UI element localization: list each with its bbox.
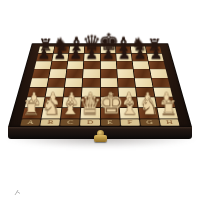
square-g8: ♞ bbox=[131, 47, 147, 54]
square-e6 bbox=[100, 61, 116, 69]
square-d4 bbox=[83, 78, 100, 87]
square-g3 bbox=[136, 87, 155, 96]
square-e1: ♚ bbox=[100, 108, 119, 119]
square-f6 bbox=[116, 61, 132, 69]
square-c8: ♝ bbox=[69, 47, 84, 54]
square-a2: ♟ bbox=[25, 97, 45, 107]
white-bishop-c1: ♝ bbox=[58, 95, 82, 118]
square-b7: ♟ bbox=[52, 54, 68, 61]
black-queen-d8: ♛ bbox=[83, 33, 102, 54]
black-rook-a8: ♜ bbox=[36, 37, 55, 53]
square-h8: ♜ bbox=[146, 47, 162, 54]
white-rook-h1: ♜ bbox=[156, 98, 180, 118]
square-f1: ♝ bbox=[119, 108, 138, 119]
square-a4 bbox=[30, 78, 48, 87]
square-a3 bbox=[28, 87, 47, 96]
file-label-g: G bbox=[140, 119, 160, 126]
file-label-h: H bbox=[159, 119, 179, 126]
file-label-f: F bbox=[120, 119, 139, 126]
square-c3 bbox=[64, 87, 82, 96]
square-d2: ♟ bbox=[82, 97, 100, 107]
square-g1: ♞ bbox=[138, 108, 158, 119]
square-b4 bbox=[48, 78, 66, 87]
square-f7: ♟ bbox=[116, 54, 132, 61]
square-f3 bbox=[118, 87, 136, 96]
board-3d-scene: ♜♞♝♛♚♝♞♜♟♟♟♟♟♟♟♟♟♟♟♟♟♟♟♟♜♞♝♛♚♝♞♜ ABCDEFG… bbox=[8, 43, 192, 127]
square-b8: ♞ bbox=[54, 47, 70, 54]
brass-clasp bbox=[93, 130, 108, 144]
square-f8: ♝ bbox=[115, 47, 130, 54]
square-a8: ♜ bbox=[38, 47, 54, 54]
black-knight-b8: ♞ bbox=[51, 36, 70, 54]
board-grid: ♜♞♝♛♚♝♞♜♟♟♟♟♟♟♟♟♟♟♟♟♟♟♟♟♜♞♝♛♚♝♞♜ bbox=[22, 47, 178, 119]
square-d7: ♟ bbox=[84, 54, 99, 61]
file-label-a: A bbox=[20, 119, 40, 126]
square-g2: ♟ bbox=[137, 97, 156, 107]
square-d1: ♛ bbox=[81, 108, 100, 119]
square-a7: ♟ bbox=[36, 54, 53, 61]
square-a1: ♜ bbox=[22, 108, 43, 119]
square-c4 bbox=[65, 78, 82, 87]
square-h2: ♟ bbox=[155, 97, 175, 107]
square-c7: ♟ bbox=[68, 54, 84, 61]
square-e7: ♟ bbox=[100, 54, 115, 61]
square-h6 bbox=[148, 61, 165, 69]
black-rook-h8: ♜ bbox=[145, 37, 164, 53]
square-e5 bbox=[100, 70, 116, 78]
square-a5 bbox=[32, 70, 50, 78]
square-e2: ♟ bbox=[100, 97, 118, 107]
square-g4 bbox=[135, 78, 153, 87]
square-h1: ♜ bbox=[157, 108, 178, 119]
square-b6 bbox=[51, 61, 68, 69]
black-bishop-c8: ♝ bbox=[67, 35, 86, 54]
square-d5 bbox=[83, 70, 99, 78]
clasp-plate-icon bbox=[94, 135, 107, 142]
square-g7: ♟ bbox=[132, 54, 148, 61]
file-label-b: B bbox=[40, 119, 60, 126]
square-f2: ♟ bbox=[119, 97, 138, 107]
square-g5 bbox=[133, 70, 150, 78]
square-h7: ♟ bbox=[147, 54, 164, 61]
square-b5 bbox=[49, 70, 66, 78]
square-c2: ♟ bbox=[63, 97, 82, 107]
white-rook-a1: ♜ bbox=[19, 98, 43, 118]
black-king-e8: ♚ bbox=[98, 30, 117, 53]
square-g6 bbox=[132, 61, 149, 69]
square-c6 bbox=[67, 61, 83, 69]
square-e4 bbox=[100, 78, 117, 87]
square-c5 bbox=[66, 70, 83, 78]
square-d8: ♛ bbox=[85, 47, 100, 54]
square-f5 bbox=[117, 70, 134, 78]
chess-board: ♜♞♝♛♚♝♞♜♟♟♟♟♟♟♟♟♟♟♟♟♟♟♟♟♜♞♝♛♚♝♞♜ ABCDEFG… bbox=[8, 43, 192, 127]
file-label-e: E bbox=[100, 119, 119, 126]
square-h3 bbox=[153, 87, 172, 96]
square-h5 bbox=[150, 70, 168, 78]
file-labels: ABCDEFGH bbox=[20, 119, 179, 126]
square-d6 bbox=[84, 61, 100, 69]
file-label-d: D bbox=[80, 119, 99, 126]
photo-artifact bbox=[14, 181, 22, 200]
square-h4 bbox=[152, 78, 170, 87]
square-b1: ♞ bbox=[42, 108, 62, 119]
square-a6 bbox=[34, 61, 51, 69]
square-f4 bbox=[118, 78, 135, 87]
square-b3 bbox=[46, 87, 65, 96]
square-c1: ♝ bbox=[61, 108, 80, 119]
square-b2: ♟ bbox=[44, 97, 63, 107]
file-label-c: C bbox=[60, 119, 79, 126]
square-e8: ♚ bbox=[100, 47, 115, 54]
square-d3 bbox=[82, 87, 99, 96]
product-photo: ♜♞♝♛♚♝♞♜♟♟♟♟♟♟♟♟♟♟♟♟♟♟♟♟♜♞♝♛♚♝♞♜ ABCDEFG… bbox=[0, 0, 200, 200]
square-e3 bbox=[100, 87, 117, 96]
black-bishop-f8: ♝ bbox=[114, 35, 133, 54]
